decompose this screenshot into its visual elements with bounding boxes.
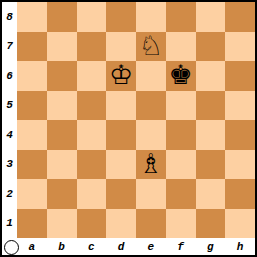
square-f3[interactable] bbox=[166, 150, 196, 180]
rank-label-6: 6 bbox=[2, 61, 17, 91]
file-label-e: e bbox=[136, 238, 166, 255]
square-b1[interactable] bbox=[47, 209, 77, 239]
square-b5[interactable] bbox=[47, 91, 77, 121]
white-to-move-indicator bbox=[4, 240, 19, 255]
square-c1[interactable] bbox=[77, 209, 107, 239]
square-f2[interactable] bbox=[166, 179, 196, 209]
square-h8[interactable] bbox=[225, 2, 255, 32]
square-a5[interactable] bbox=[17, 91, 47, 121]
file-label-f: f bbox=[166, 238, 196, 255]
square-h6[interactable] bbox=[225, 61, 255, 91]
square-e3[interactable]: ♗ bbox=[136, 150, 166, 180]
square-c6[interactable] bbox=[77, 61, 107, 91]
square-f1[interactable] bbox=[166, 209, 196, 239]
rank-label-8: 8 bbox=[2, 2, 17, 32]
rank-label-2: 2 bbox=[2, 179, 17, 209]
rank-label-1: 1 bbox=[2, 209, 17, 239]
square-g6[interactable] bbox=[196, 61, 226, 91]
square-h2[interactable] bbox=[225, 179, 255, 209]
square-d5[interactable] bbox=[106, 91, 136, 121]
file-label-b: b bbox=[47, 238, 77, 255]
square-d8[interactable] bbox=[106, 2, 136, 32]
piece-white-bishop: ♗ bbox=[139, 150, 163, 177]
file-labels: abcdefgh bbox=[17, 238, 255, 255]
file-label-c: c bbox=[77, 238, 107, 255]
square-a8[interactable] bbox=[17, 2, 47, 32]
square-g2[interactable] bbox=[196, 179, 226, 209]
file-label-d: d bbox=[106, 238, 136, 255]
square-g1[interactable] bbox=[196, 209, 226, 239]
square-a1[interactable] bbox=[17, 209, 47, 239]
square-d6[interactable]: ♔ bbox=[106, 61, 136, 91]
square-h7[interactable] bbox=[225, 32, 255, 62]
rank-label-5: 5 bbox=[2, 91, 17, 121]
square-f7[interactable] bbox=[166, 32, 196, 62]
square-c4[interactable] bbox=[77, 120, 107, 150]
square-c5[interactable] bbox=[77, 91, 107, 121]
file-label-g: g bbox=[196, 238, 226, 255]
square-a4[interactable] bbox=[17, 120, 47, 150]
rank-label-7: 7 bbox=[2, 32, 17, 62]
chess-diagram: ♘♔♚♗ 87654321 abcdefgh bbox=[0, 0, 257, 257]
square-g5[interactable] bbox=[196, 91, 226, 121]
square-b3[interactable] bbox=[47, 150, 77, 180]
square-g8[interactable] bbox=[196, 2, 226, 32]
square-c7[interactable] bbox=[77, 32, 107, 62]
square-f6[interactable]: ♚ bbox=[166, 61, 196, 91]
square-d7[interactable] bbox=[106, 32, 136, 62]
square-f4[interactable] bbox=[166, 120, 196, 150]
rank-labels: 87654321 bbox=[2, 2, 17, 238]
square-e7[interactable]: ♘ bbox=[136, 32, 166, 62]
square-b8[interactable] bbox=[47, 2, 77, 32]
square-b6[interactable] bbox=[47, 61, 77, 91]
square-g7[interactable] bbox=[196, 32, 226, 62]
file-label-h: h bbox=[225, 238, 255, 255]
square-d2[interactable] bbox=[106, 179, 136, 209]
square-e5[interactable] bbox=[136, 91, 166, 121]
square-b7[interactable] bbox=[47, 32, 77, 62]
square-g4[interactable] bbox=[196, 120, 226, 150]
square-b4[interactable] bbox=[47, 120, 77, 150]
square-h3[interactable] bbox=[225, 150, 255, 180]
rank-label-3: 3 bbox=[2, 150, 17, 180]
square-a6[interactable] bbox=[17, 61, 47, 91]
piece-black-king: ♚ bbox=[169, 61, 193, 88]
square-h1[interactable] bbox=[225, 209, 255, 239]
square-c2[interactable] bbox=[77, 179, 107, 209]
square-g3[interactable] bbox=[196, 150, 226, 180]
square-e6[interactable] bbox=[136, 61, 166, 91]
square-d4[interactable] bbox=[106, 120, 136, 150]
piece-white-king: ♔ bbox=[109, 61, 133, 88]
square-e4[interactable] bbox=[136, 120, 166, 150]
file-label-a: a bbox=[17, 238, 47, 255]
square-a7[interactable] bbox=[17, 32, 47, 62]
square-e8[interactable] bbox=[136, 2, 166, 32]
square-h4[interactable] bbox=[225, 120, 255, 150]
square-a2[interactable] bbox=[17, 179, 47, 209]
square-a3[interactable] bbox=[17, 150, 47, 180]
square-d1[interactable] bbox=[106, 209, 136, 239]
piece-white-knight: ♘ bbox=[139, 32, 163, 59]
square-c3[interactable] bbox=[77, 150, 107, 180]
rank-label-4: 4 bbox=[2, 120, 17, 150]
square-e1[interactable] bbox=[136, 209, 166, 239]
square-c8[interactable] bbox=[77, 2, 107, 32]
chess-board: ♘♔♚♗ bbox=[17, 2, 255, 238]
square-h5[interactable] bbox=[225, 91, 255, 121]
square-e2[interactable] bbox=[136, 179, 166, 209]
square-f5[interactable] bbox=[166, 91, 196, 121]
square-d3[interactable] bbox=[106, 150, 136, 180]
square-f8[interactable] bbox=[166, 2, 196, 32]
square-b2[interactable] bbox=[47, 179, 77, 209]
